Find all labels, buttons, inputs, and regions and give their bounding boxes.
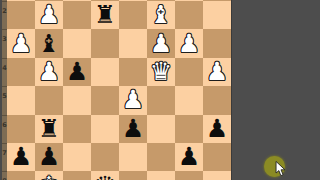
white-pawn[interactable]: ♟ xyxy=(38,58,60,86)
square-rank8-col3[interactable] xyxy=(63,171,91,180)
square-rank8-col6[interactable] xyxy=(147,171,175,180)
square-rank8-col5[interactable] xyxy=(119,171,147,180)
white-pawn[interactable]: ♟ xyxy=(10,30,32,58)
rank-label-2: 2 xyxy=(2,8,7,15)
square-rank6-col6[interactable] xyxy=(147,115,175,143)
square-rank6-col4[interactable] xyxy=(91,115,119,143)
black-rook[interactable]: ♜ xyxy=(38,115,60,143)
square-rank6-col7[interactable] xyxy=(175,115,203,143)
square-rank4-col2[interactable]: ♟ xyxy=(35,58,63,86)
white-pawn[interactable]: ♟ xyxy=(38,1,60,29)
rank-label-8: 8 xyxy=(2,178,7,180)
square-rank5-col5[interactable]: ♟ xyxy=(119,86,147,114)
white-pawn[interactable]: ♟ xyxy=(150,30,172,58)
mouse-cursor-icon xyxy=(275,161,286,177)
square-rank2-col7[interactable] xyxy=(175,1,203,29)
square-rank5-col8[interactable] xyxy=(203,86,231,114)
square-rank7-col7[interactable]: ♟ xyxy=(175,143,203,171)
ruler-tick xyxy=(2,115,7,116)
square-rank3-col8[interactable] xyxy=(203,29,231,57)
black-pawn[interactable]: ♟ xyxy=(66,58,88,86)
square-rank6-col8[interactable]: ♟ xyxy=(203,115,231,143)
black-pawn[interactable]: ♟ xyxy=(178,143,200,171)
square-rank4-col7[interactable] xyxy=(175,58,203,86)
square-rank6-col1[interactable] xyxy=(7,115,35,143)
square-rank7-col6[interactable] xyxy=(147,143,175,171)
square-rank8-col2[interactable]: ♚ xyxy=(35,171,63,180)
square-rank3-col7[interactable]: ♟ xyxy=(175,29,203,57)
ruler-tick xyxy=(2,143,7,144)
square-rank5-col2[interactable] xyxy=(35,86,63,114)
square-rank2-col5[interactable] xyxy=(119,1,147,29)
ruler-tick xyxy=(2,171,7,172)
square-rank2-col3[interactable] xyxy=(63,1,91,29)
square-rank8-col4[interactable]: ♛ xyxy=(91,171,119,180)
square-rank6-col3[interactable] xyxy=(63,115,91,143)
square-rank5-col1[interactable] xyxy=(7,86,35,114)
white-pawn[interactable]: ♟ xyxy=(178,30,200,58)
square-rank2-col6[interactable]: ♝ xyxy=(147,1,175,29)
square-rank8-col7[interactable] xyxy=(175,171,203,180)
white-pawn[interactable]: ♟ xyxy=(206,58,228,86)
white-bishop[interactable]: ♝ xyxy=(150,1,172,29)
ruler-tick xyxy=(2,29,7,30)
square-rank6-col2[interactable]: ♜ xyxy=(35,115,63,143)
square-rank3-col5[interactable] xyxy=(119,29,147,57)
square-rank4-col5[interactable] xyxy=(119,58,147,86)
square-rank7-col3[interactable] xyxy=(63,143,91,171)
black-pawn[interactable]: ♟ xyxy=(10,143,32,171)
black-rook[interactable]: ♜ xyxy=(94,1,116,29)
square-rank3-col3[interactable] xyxy=(63,29,91,57)
chess-board: ♟♜♝♟♝♟♟♟♟♛♟♟♜♟♟♟♟♟♚♛ xyxy=(7,0,231,180)
ruler-tick xyxy=(2,58,7,59)
white-queen[interactable]: ♛ xyxy=(150,58,172,86)
square-rank5-col4[interactable] xyxy=(91,86,119,114)
rank-label-5: 5 xyxy=(2,93,7,100)
rank-label-6: 6 xyxy=(2,122,7,129)
square-rank7-col1[interactable]: ♟ xyxy=(7,143,35,171)
square-rank5-col7[interactable] xyxy=(175,86,203,114)
square-rank3-col6[interactable]: ♟ xyxy=(147,29,175,57)
square-rank8-col1[interactable] xyxy=(7,171,35,180)
square-rank4-col8[interactable]: ♟ xyxy=(203,58,231,86)
square-rank4-col4[interactable] xyxy=(91,58,119,86)
ruler-tick xyxy=(2,1,7,2)
square-rank7-col4[interactable] xyxy=(91,143,119,171)
rank-label-7: 7 xyxy=(2,150,7,157)
black-pawn[interactable]: ♟ xyxy=(38,143,60,171)
square-rank3-col1[interactable]: ♟ xyxy=(7,29,35,57)
black-bishop[interactable]: ♝ xyxy=(38,30,60,58)
square-rank4-col6[interactable]: ♛ xyxy=(147,58,175,86)
black-queen[interactable]: ♛ xyxy=(94,172,116,180)
square-rank7-col8[interactable] xyxy=(203,143,231,171)
side-panel xyxy=(231,0,320,180)
square-rank5-col6[interactable] xyxy=(147,86,175,114)
rank-label-4: 4 xyxy=(2,65,7,72)
square-rank7-col2[interactable]: ♟ xyxy=(35,143,63,171)
square-rank6-col5[interactable]: ♟ xyxy=(119,115,147,143)
rank-label-3: 3 xyxy=(2,36,7,43)
square-rank8-col8[interactable] xyxy=(203,171,231,180)
square-rank2-col8[interactable] xyxy=(203,1,231,29)
square-rank3-col4[interactable] xyxy=(91,29,119,57)
white-king[interactable]: ♚ xyxy=(38,172,60,180)
white-pawn[interactable]: ♟ xyxy=(122,86,144,114)
ruler-tick xyxy=(2,86,7,87)
square-rank7-col5[interactable] xyxy=(119,143,147,171)
rank-ruler: 2345678 xyxy=(0,0,7,180)
square-rank2-col2[interactable]: ♟ xyxy=(35,1,63,29)
app-window: ♟♜♝♟♝♟♟♟♟♛♟♟♜♟♟♟♟♟♚♛ 2345678 xyxy=(0,0,320,180)
square-rank4-col3[interactable]: ♟ xyxy=(63,58,91,86)
square-rank5-col3[interactable] xyxy=(63,86,91,114)
black-pawn[interactable]: ♟ xyxy=(206,115,228,143)
square-rank4-col1[interactable] xyxy=(7,58,35,86)
square-rank3-col2[interactable]: ♝ xyxy=(35,29,63,57)
square-rank2-col1[interactable] xyxy=(7,1,35,29)
black-pawn[interactable]: ♟ xyxy=(122,115,144,143)
square-rank2-col4[interactable]: ♜ xyxy=(91,1,119,29)
